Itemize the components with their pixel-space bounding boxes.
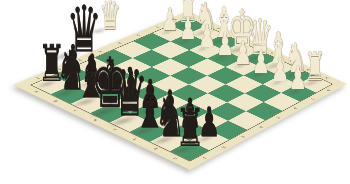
rank-label-6-right: 6 bbox=[282, 102, 308, 115]
rank-label-2-right: 2 bbox=[209, 140, 237, 154]
chess-board-mat: abcdefgh1122334455667788abcdefgh bbox=[13, 11, 347, 170]
chess-set-product-photo: abcdefgh1122334455667788abcdefgh ♜♞♝♛♚♝♞… bbox=[0, 0, 350, 184]
board-shadow-wrapper: abcdefgh1122334455667788abcdefgh bbox=[0, 0, 350, 184]
